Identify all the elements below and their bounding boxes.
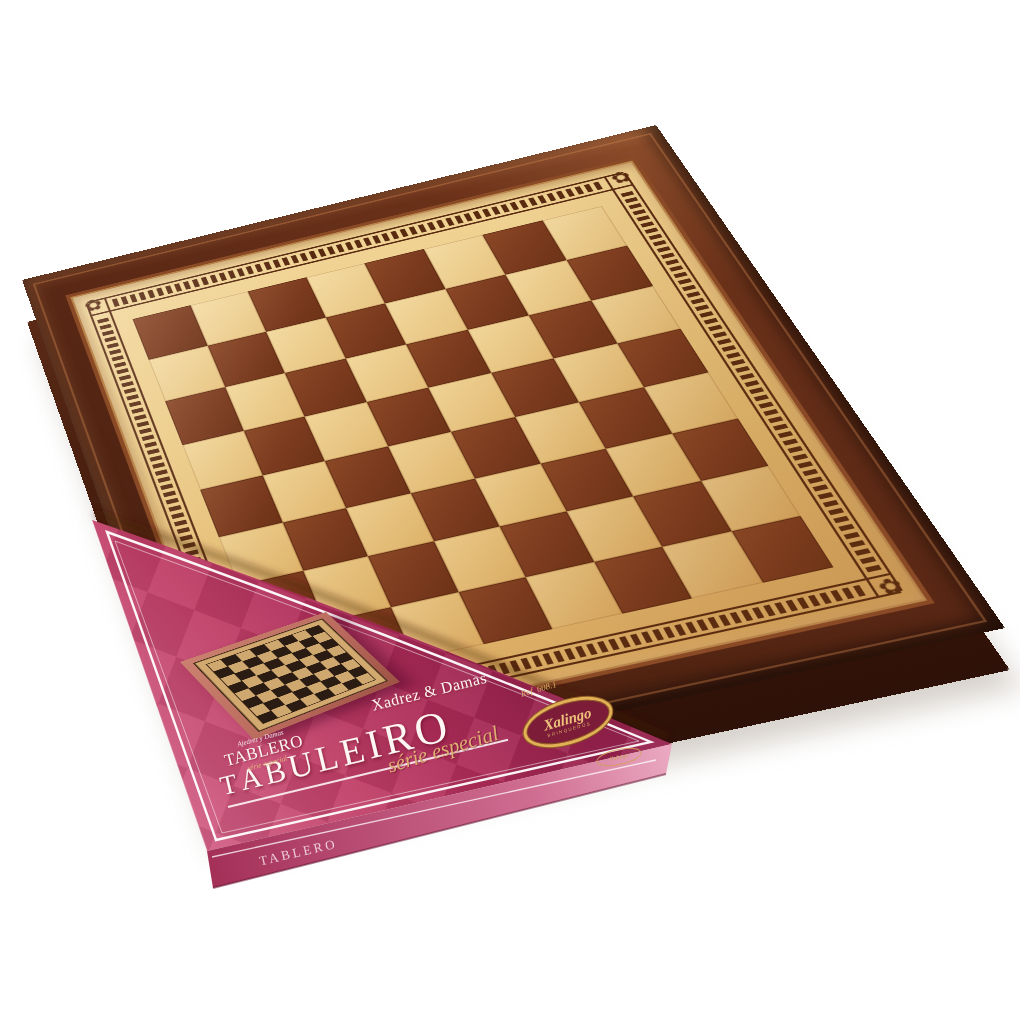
title-letter: L xyxy=(312,739,341,777)
corner-rosette-icon: ✿ xyxy=(608,169,635,187)
board-field: ✿ ✿ ✿ ✿ xyxy=(70,161,927,750)
product-photo-scene: ✿ ✿ ✿ ✿ xyxy=(0,0,1020,1020)
title-letter: E xyxy=(337,730,368,771)
xalingo-logo-small-text: Xalingo xyxy=(609,752,629,762)
